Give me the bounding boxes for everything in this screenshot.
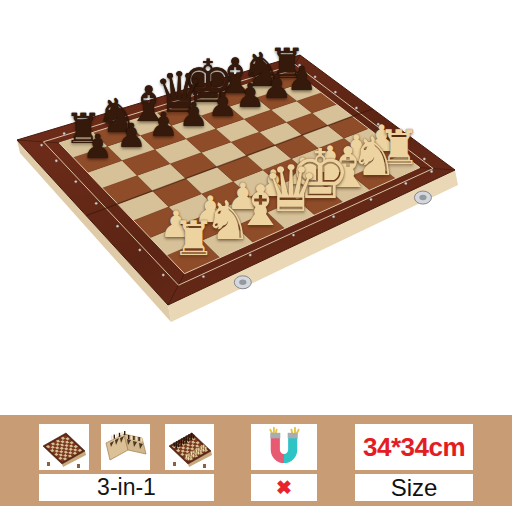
magnet-icon — [262, 425, 306, 469]
thumbnail-chess-board — [165, 424, 214, 470]
product-photo: ♜♞♟♝♟♚♟♛♟♝♟♞♟♜♟♟♟♟♜♟♞♟♝♟♚♟♛♟♝♟♞♜ — [0, 0, 512, 412]
red-x-icon: ✖ — [276, 476, 292, 499]
chess-board-icon — [167, 426, 213, 468]
checkers-board-icon — [41, 426, 87, 468]
magnet-feature-box — [251, 424, 317, 470]
magnetic-status-x: ✖ — [251, 474, 317, 501]
size-label: Size — [355, 474, 473, 501]
feature-banner: 3-in-1 ✖ 34*34cm Size — [0, 415, 512, 506]
variants-label: 3-in-1 — [39, 474, 214, 501]
product-image: ♜♞♟♝♟♚♟♛♟♝♟♞♟♜♟♟♟♟♜♟♞♟♝♟♚♟♛♟♝♟♞♜ 3-in-1 … — [0, 0, 512, 512]
chess-piece-black-p[interactable]: ♟ — [78, 130, 118, 163]
thumbnail-backgammon-board — [101, 424, 150, 470]
size-value: 34*34cm — [355, 424, 473, 470]
backgammon-board-icon — [103, 426, 149, 468]
chess-piece-white-r[interactable]: ♜ — [165, 215, 222, 263]
thumbnail-checkers-board — [39, 424, 89, 470]
